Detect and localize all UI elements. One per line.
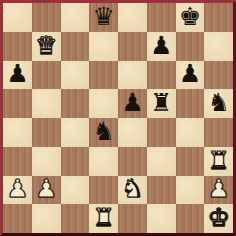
square-e4[interactable]: [118, 118, 147, 147]
square-f4[interactable]: [147, 118, 176, 147]
square-f1[interactable]: [147, 204, 176, 233]
square-h2[interactable]: ♟: [204, 176, 233, 205]
square-e3[interactable]: [118, 147, 147, 176]
square-f7[interactable]: ♟: [147, 32, 176, 61]
square-d2[interactable]: [89, 176, 118, 205]
square-b4[interactable]: [32, 118, 61, 147]
square-g3[interactable]: [176, 147, 205, 176]
square-g5[interactable]: [176, 89, 205, 118]
square-c7[interactable]: [61, 32, 90, 61]
square-b3[interactable]: [32, 147, 61, 176]
piece-white-pawn-a2[interactable]: ♟: [6, 176, 28, 201]
square-a6[interactable]: ♟: [3, 61, 32, 90]
piece-black-pawn-e5[interactable]: ♟: [121, 90, 143, 115]
piece-white-knight-e2[interactable]: ♞: [121, 176, 143, 201]
piece-white-king-h1[interactable]: ♚: [207, 205, 229, 230]
square-d8[interactable]: ♛: [89, 3, 118, 32]
square-a5[interactable]: [3, 89, 32, 118]
piece-white-rook-d1[interactable]: ♜: [92, 205, 114, 230]
piece-black-knight-d4[interactable]: ♞: [92, 119, 114, 144]
square-e7[interactable]: [118, 32, 147, 61]
piece-black-pawn-g6[interactable]: ♟: [179, 61, 201, 86]
square-e8[interactable]: [118, 3, 147, 32]
square-h3[interactable]: ♜: [204, 147, 233, 176]
square-g8[interactable]: ♚: [176, 3, 205, 32]
square-e1[interactable]: [118, 204, 147, 233]
square-h1[interactable]: ♚: [204, 204, 233, 233]
square-a1[interactable]: [3, 204, 32, 233]
square-e5[interactable]: ♟: [118, 89, 147, 118]
chess-board: ♛♚♛♟♟♟♟♜♞♞♜♟♟♞♟♜♚: [3, 3, 233, 233]
square-h6[interactable]: [204, 61, 233, 90]
square-g6[interactable]: ♟: [176, 61, 205, 90]
square-d7[interactable]: [89, 32, 118, 61]
square-g7[interactable]: [176, 32, 205, 61]
square-c5[interactable]: [61, 89, 90, 118]
square-b8[interactable]: [32, 3, 61, 32]
square-g4[interactable]: [176, 118, 205, 147]
square-b7[interactable]: ♛: [32, 32, 61, 61]
square-f5[interactable]: ♜: [147, 89, 176, 118]
square-g1[interactable]: [176, 204, 205, 233]
square-a2[interactable]: ♟: [3, 176, 32, 205]
square-b6[interactable]: [32, 61, 61, 90]
square-c1[interactable]: [61, 204, 90, 233]
square-c3[interactable]: [61, 147, 90, 176]
square-a8[interactable]: [3, 3, 32, 32]
piece-black-pawn-f7[interactable]: ♟: [150, 33, 172, 58]
square-d1[interactable]: ♜: [89, 204, 118, 233]
square-g2[interactable]: [176, 176, 205, 205]
piece-white-rook-h3[interactable]: ♜: [207, 148, 229, 173]
piece-black-knight-h5[interactable]: ♞: [207, 90, 229, 115]
square-c6[interactable]: [61, 61, 90, 90]
square-h8[interactable]: [204, 3, 233, 32]
piece-black-pawn-a6[interactable]: ♟: [6, 61, 28, 86]
square-c2[interactable]: [61, 176, 90, 205]
piece-white-queen-b7[interactable]: ♛: [35, 33, 57, 58]
square-b5[interactable]: [32, 89, 61, 118]
square-d5[interactable]: [89, 89, 118, 118]
square-c8[interactable]: [61, 3, 90, 32]
square-d3[interactable]: [89, 147, 118, 176]
square-f6[interactable]: [147, 61, 176, 90]
square-h7[interactable]: [204, 32, 233, 61]
square-a4[interactable]: [3, 118, 32, 147]
square-f2[interactable]: [147, 176, 176, 205]
piece-white-pawn-b2[interactable]: ♟: [35, 176, 57, 201]
square-a3[interactable]: [3, 147, 32, 176]
piece-black-king-g8[interactable]: ♚: [179, 4, 201, 29]
piece-black-rook-f5[interactable]: ♜: [150, 90, 172, 115]
square-d4[interactable]: ♞: [89, 118, 118, 147]
square-e2[interactable]: ♞: [118, 176, 147, 205]
square-h5[interactable]: ♞: [204, 89, 233, 118]
board-border-frame: ♛♚♛♟♟♟♟♜♞♞♜♟♟♞♟♜♚: [0, 0, 236, 236]
piece-white-pawn-h2[interactable]: ♟: [207, 176, 229, 201]
square-f3[interactable]: [147, 147, 176, 176]
square-f8[interactable]: [147, 3, 176, 32]
square-d6[interactable]: [89, 61, 118, 90]
square-b1[interactable]: [32, 204, 61, 233]
piece-black-queen-d8[interactable]: ♛: [92, 4, 114, 29]
square-c4[interactable]: [61, 118, 90, 147]
square-a7[interactable]: [3, 32, 32, 61]
square-b2[interactable]: ♟: [32, 176, 61, 205]
square-h4[interactable]: [204, 118, 233, 147]
square-e6[interactable]: [118, 61, 147, 90]
